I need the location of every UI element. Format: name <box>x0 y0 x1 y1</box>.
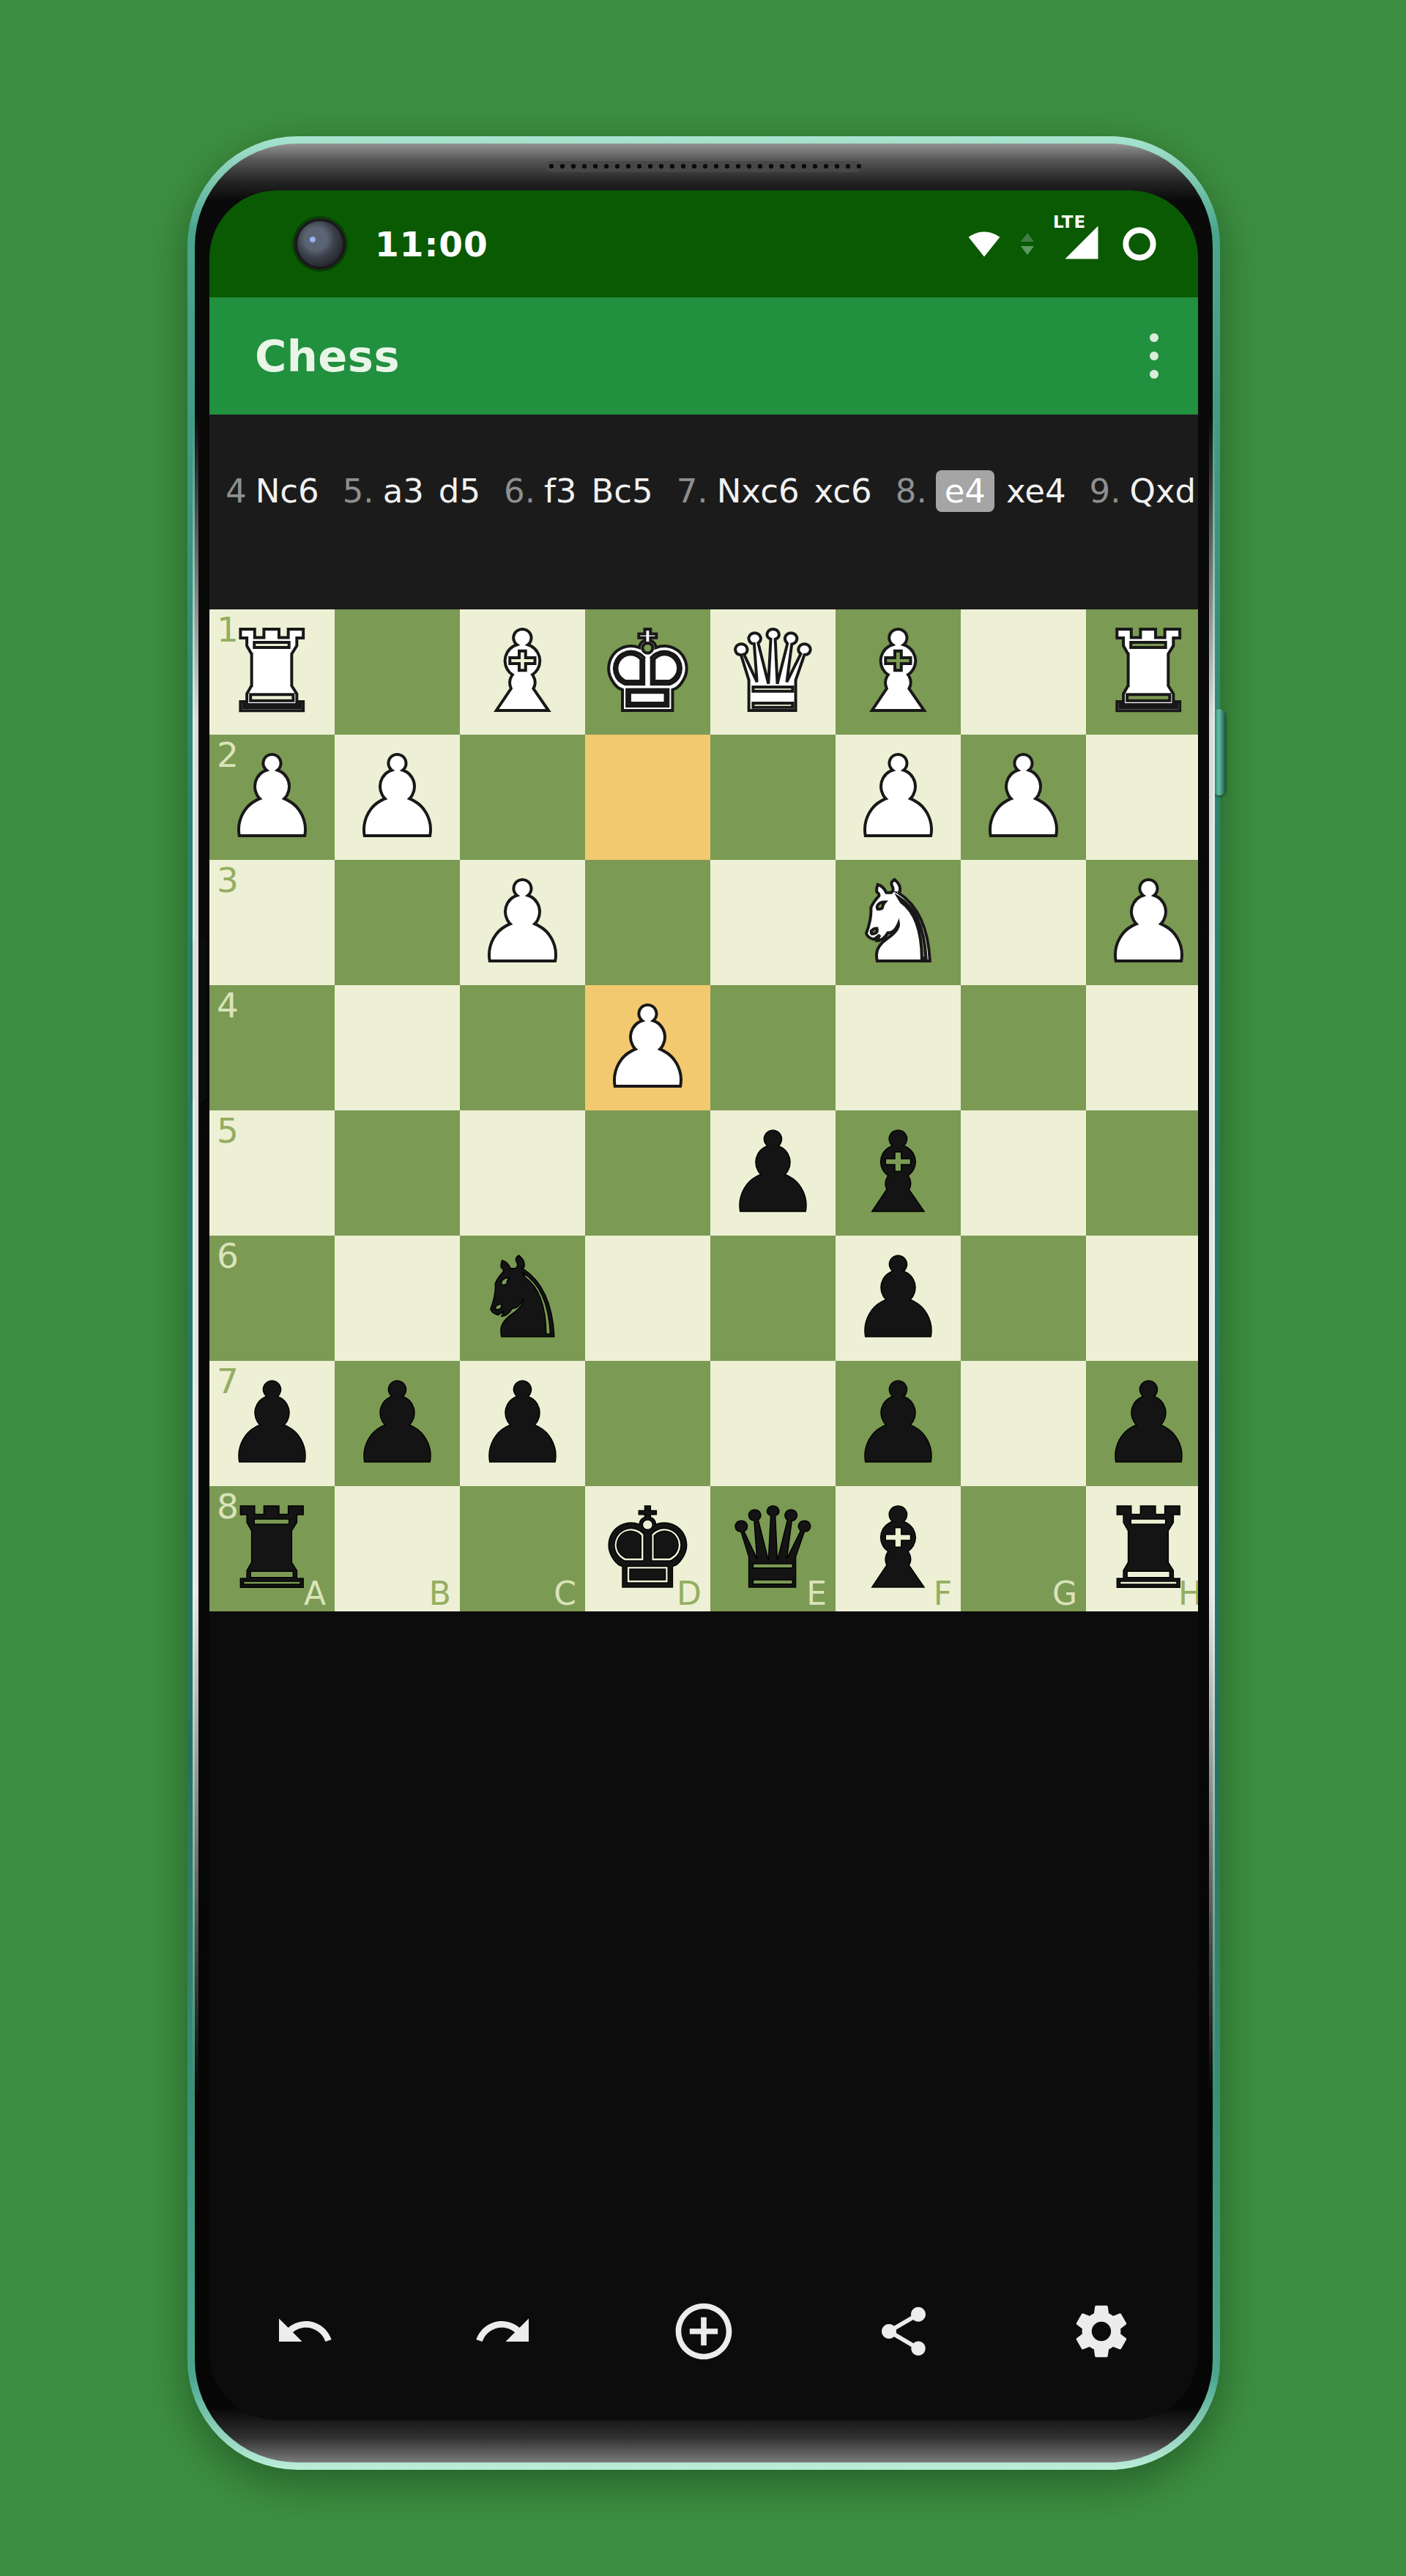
file-label-B: B <box>429 1576 451 1611</box>
square-b2[interactable]: ♟ <box>335 735 460 860</box>
square-h2[interactable] <box>1086 735 1198 860</box>
square-f8[interactable]: ♝F <box>836 1486 961 1611</box>
move-number: 4 <box>226 472 247 511</box>
square-d8[interactable]: ♚D <box>585 1486 710 1611</box>
move-number: 7. <box>677 472 708 511</box>
square-f2[interactable]: ♟ <box>836 735 961 860</box>
square-g5[interactable] <box>961 1110 1086 1236</box>
rank-label-5: 5 <box>217 1112 239 1150</box>
square-b6[interactable] <box>335 1236 460 1361</box>
square-e5[interactable]: ♟ <box>710 1110 836 1236</box>
rank-label-3: 3 <box>217 861 239 899</box>
data-arrows-icon <box>1021 233 1034 255</box>
gear-icon <box>1069 2299 1134 2364</box>
piece-wP: ♟ <box>598 985 697 1110</box>
phone-frame: 11:00 LTE Chess 4Nc65. <box>187 136 1220 2470</box>
move-xe4[interactable]: xe4 <box>1006 472 1066 511</box>
square-b1[interactable] <box>335 609 460 735</box>
file-label-G: G <box>1052 1576 1077 1611</box>
piece-bP: ♟ <box>347 1361 447 1486</box>
square-d1[interactable]: ♚ <box>585 609 710 735</box>
frame-shine-right <box>1209 416 1215 2096</box>
undo-button[interactable] <box>267 2293 343 2369</box>
redo-icon <box>472 2301 534 2362</box>
status-clock: 11:00 <box>375 224 488 264</box>
square-d3[interactable] <box>585 860 710 985</box>
piece-bP: ♟ <box>723 1110 822 1236</box>
square-a8[interactable]: ♜8A <box>209 1486 335 1611</box>
piece-bB: ♝ <box>848 1110 948 1236</box>
square-a5[interactable]: 5 <box>209 1110 335 1236</box>
piece-bN: ♞ <box>472 1236 572 1361</box>
settings-button[interactable] <box>1062 2292 1141 2371</box>
rank-label-7: 7 <box>217 1362 239 1400</box>
kebab-menu-icon <box>1150 333 1158 342</box>
move-f3[interactable]: f3 <box>544 472 576 511</box>
screen: 11:00 LTE Chess 4Nc65. <box>209 190 1198 2420</box>
square-c2[interactable] <box>460 735 585 860</box>
move-list[interactable]: 4Nc65.a3d56.f3Bc57.Nxc6xc68.e4xe49.Qxd8 <box>209 415 1198 609</box>
square-f6[interactable]: ♟ <box>836 1236 961 1361</box>
rank-label-8: 8 <box>217 1488 239 1526</box>
square-c7[interactable]: ♟ <box>460 1361 585 1486</box>
wifi-icon <box>965 228 1003 260</box>
status-icons: LTE <box>965 190 1160 297</box>
move-number: 6. <box>504 472 535 511</box>
app-title: Chess <box>255 331 400 382</box>
piece-bP: ♟ <box>848 1236 948 1361</box>
square-h7[interactable]: ♟ <box>1086 1361 1198 1486</box>
lte-signal-icon: LTE <box>1062 223 1101 265</box>
file-label-F: F <box>934 1576 952 1611</box>
square-a4[interactable]: 4 <box>209 985 335 1110</box>
piece-wB: ♝ <box>848 609 948 735</box>
square-h4[interactable] <box>1086 985 1198 1110</box>
piece-wP: ♟ <box>1098 860 1198 985</box>
square-g4[interactable] <box>961 985 1086 1110</box>
piece-wR: ♜ <box>1098 609 1198 735</box>
file-label-E: E <box>806 1576 827 1611</box>
square-b7[interactable]: ♟ <box>335 1361 460 1486</box>
square-h1[interactable]: ♜ <box>1086 609 1198 735</box>
piece-bP: ♟ <box>1098 1361 1198 1486</box>
square-e6[interactable] <box>710 1236 836 1361</box>
square-b4[interactable] <box>335 985 460 1110</box>
square-d5[interactable] <box>585 1110 710 1236</box>
piece-wQ: ♛ <box>723 609 822 735</box>
square-c6[interactable]: ♞ <box>460 1236 585 1361</box>
move-Qxd8[interactable]: Qxd8 <box>1130 472 1198 511</box>
move-number: 9. <box>1090 472 1121 511</box>
piece-wP: ♟ <box>472 860 572 985</box>
square-c8[interactable]: C <box>460 1486 585 1611</box>
square-c4[interactable] <box>460 985 585 1110</box>
square-e3[interactable] <box>710 860 836 985</box>
rank-label-4: 4 <box>217 987 239 1025</box>
move-a3[interactable]: a3 <box>383 472 424 511</box>
square-g3[interactable] <box>961 860 1086 985</box>
front-camera-cutout <box>294 218 346 270</box>
speaker-grille <box>546 161 861 172</box>
file-label-H: H <box>1178 1576 1198 1611</box>
add-circle-icon <box>670 2298 737 2365</box>
square-d2[interactable] <box>585 735 710 860</box>
page: { "game": "chess", "position": { "fen": … <box>0 0 1406 2576</box>
move-Bc5[interactable]: Bc5 <box>591 472 652 511</box>
piece-wP: ♟ <box>347 735 447 860</box>
square-c5[interactable] <box>460 1110 585 1236</box>
redo-button[interactable] <box>465 2293 541 2369</box>
piece-wB: ♝ <box>472 609 572 735</box>
square-g8[interactable]: G <box>961 1486 1086 1611</box>
rank-label-6: 6 <box>217 1237 239 1275</box>
status-bar: 11:00 LTE <box>209 190 1198 297</box>
piece-wN: ♞ <box>848 860 948 985</box>
square-f4[interactable] <box>836 985 961 1110</box>
square-d6[interactable] <box>585 1236 710 1361</box>
rank-label-1: 1 <box>217 611 239 649</box>
chess-board[interactable]: ♜1♝♚♛♝♜♟2♟♟♟3♟♞♟4♟5♟♝6♞♟♟7♟♟♟♟♜8ABC♚D♛E♝… <box>209 609 1198 1611</box>
piece-bP: ♟ <box>472 1361 572 1486</box>
share-button[interactable] <box>867 2295 940 2368</box>
lower-panel <box>209 1611 1198 2420</box>
piece-bP: ♟ <box>848 1361 948 1486</box>
square-d7[interactable] <box>585 1361 710 1486</box>
app-bar: Chess <box>209 297 1198 415</box>
square-h6[interactable] <box>1086 1236 1198 1361</box>
piece-wP: ♟ <box>848 735 948 860</box>
square-b5[interactable] <box>335 1110 460 1236</box>
phone-bezel: 11:00 LTE Chess 4Nc65. <box>195 144 1213 2462</box>
square-h8[interactable]: ♜H <box>1086 1486 1198 1611</box>
square-f5[interactable]: ♝ <box>836 1110 961 1236</box>
share-icon <box>874 2302 933 2361</box>
move-Nxc6[interactable]: Nxc6 <box>717 472 800 511</box>
square-e8[interactable]: ♛E <box>710 1486 836 1611</box>
piece-wP: ♟ <box>973 735 1073 860</box>
bottom-toolbar <box>209 2269 1198 2394</box>
move-d5[interactable]: d5 <box>439 472 480 511</box>
file-label-C: C <box>554 1576 576 1611</box>
frame-shine-left <box>193 416 198 2096</box>
square-f3[interactable]: ♞ <box>836 860 961 985</box>
square-f1[interactable]: ♝ <box>836 609 961 735</box>
board-wrap: ♜1♝♚♛♝♜♟2♟♟♟3♟♞♟4♟5♟♝6♞♟♟7♟♟♟♟♜8ABC♚D♛E♝… <box>209 609 1198 1611</box>
new-game-button[interactable] <box>663 2290 745 2372</box>
square-b3[interactable] <box>335 860 460 985</box>
square-h5[interactable] <box>1086 1110 1198 1236</box>
square-c1[interactable]: ♝ <box>460 609 585 735</box>
square-g2[interactable]: ♟ <box>961 735 1086 860</box>
square-a2[interactable]: ♟2 <box>209 735 335 860</box>
square-a6[interactable]: 6 <box>209 1236 335 1361</box>
square-g6[interactable] <box>961 1236 1086 1361</box>
rank-label-2: 2 <box>217 736 239 774</box>
move-number: 8. <box>896 472 927 511</box>
file-label-D: D <box>677 1576 702 1611</box>
square-g1[interactable] <box>961 609 1086 735</box>
square-e4[interactable] <box>710 985 836 1110</box>
square-f7[interactable]: ♟ <box>836 1361 961 1486</box>
move-number: 5. <box>343 472 374 511</box>
square-e2[interactable] <box>710 735 836 860</box>
square-b8[interactable]: B <box>335 1486 460 1611</box>
square-e1[interactable]: ♛ <box>710 609 836 735</box>
undo-icon <box>274 2301 335 2362</box>
square-d4[interactable]: ♟ <box>585 985 710 1110</box>
move-xc6[interactable]: xc6 <box>814 472 872 511</box>
square-a3[interactable]: 3 <box>209 860 335 985</box>
square-e7[interactable] <box>710 1361 836 1486</box>
battery-circle-icon <box>1119 223 1160 264</box>
piece-wK: ♚ <box>598 609 697 735</box>
move-Nc6[interactable]: Nc6 <box>256 472 319 511</box>
square-c3[interactable]: ♟ <box>460 860 585 985</box>
file-label-A: A <box>304 1576 326 1611</box>
square-a1[interactable]: ♜1 <box>209 609 335 735</box>
square-a7[interactable]: ♟7 <box>209 1361 335 1486</box>
square-g7[interactable] <box>961 1361 1086 1486</box>
lte-label: LTE <box>1053 212 1086 231</box>
overflow-menu-button[interactable] <box>1142 326 1166 386</box>
move-e4[interactable]: e4 <box>936 470 994 512</box>
square-h3[interactable]: ♟ <box>1086 860 1198 985</box>
